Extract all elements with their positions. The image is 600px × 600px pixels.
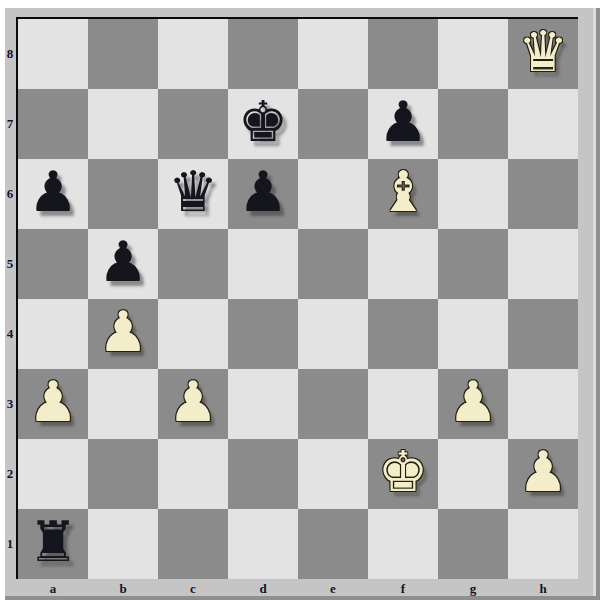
white-queen: ♛ — [518, 24, 568, 80]
square-g2[interactable] — [438, 439, 508, 509]
rank-label-6: 6 — [4, 159, 16, 229]
square-h7[interactable] — [508, 89, 578, 159]
black-pawn: ♟ — [98, 234, 148, 290]
square-b6[interactable] — [88, 159, 158, 229]
square-f5[interactable] — [368, 229, 438, 299]
white-bishop: ♝ — [378, 164, 428, 220]
black-rook: ♜ — [28, 514, 78, 570]
square-h6[interactable] — [508, 159, 578, 229]
square-f2[interactable]: ♚ — [368, 439, 438, 509]
square-c4[interactable] — [158, 299, 228, 369]
white-pawn: ♟ — [448, 374, 498, 430]
square-h5[interactable] — [508, 229, 578, 299]
square-d2[interactable] — [228, 439, 298, 509]
square-b5[interactable]: ♟ — [88, 229, 158, 299]
square-e6[interactable] — [298, 159, 368, 229]
white-pawn: ♟ — [518, 444, 568, 500]
square-b3[interactable] — [88, 369, 158, 439]
white-king: ♚ — [378, 444, 428, 500]
square-g6[interactable] — [438, 159, 508, 229]
square-a6[interactable]: ♟ — [18, 159, 88, 229]
square-g7[interactable] — [438, 89, 508, 159]
square-e4[interactable] — [298, 299, 368, 369]
file-label-b: b — [88, 581, 158, 597]
square-e5[interactable] — [298, 229, 368, 299]
black-queen: ♛ — [168, 164, 218, 220]
square-e8[interactable] — [298, 19, 368, 89]
file-label-d: d — [228, 581, 298, 597]
file-label-e: e — [298, 581, 368, 597]
file-label-a: a — [18, 581, 88, 597]
square-g3[interactable]: ♟ — [438, 369, 508, 439]
square-d6[interactable]: ♟ — [228, 159, 298, 229]
square-a1[interactable]: ♜ — [18, 509, 88, 579]
square-d3[interactable] — [228, 369, 298, 439]
black-king: ♚ — [238, 94, 288, 150]
square-d8[interactable] — [228, 19, 298, 89]
square-f1[interactable] — [368, 509, 438, 579]
square-c6[interactable]: ♛ — [158, 159, 228, 229]
square-a7[interactable] — [18, 89, 88, 159]
square-f7[interactable]: ♟ — [368, 89, 438, 159]
square-h3[interactable] — [508, 369, 578, 439]
square-e2[interactable] — [298, 439, 368, 509]
rank-label-4: 4 — [4, 299, 16, 369]
square-g1[interactable] — [438, 509, 508, 579]
white-pawn: ♟ — [28, 374, 78, 430]
square-f6[interactable]: ♝ — [368, 159, 438, 229]
file-label-h: h — [508, 581, 578, 597]
white-pawn: ♟ — [168, 374, 218, 430]
chess-diagram: ♛♚♟♟♛♟♝♟♟♟♟♟♚♟♜ 87654321 abcdefgh — [0, 0, 600, 600]
square-c5[interactable] — [158, 229, 228, 299]
square-h2[interactable]: ♟ — [508, 439, 578, 509]
square-b8[interactable] — [88, 19, 158, 89]
square-f4[interactable] — [368, 299, 438, 369]
square-b2[interactable] — [88, 439, 158, 509]
square-b7[interactable] — [88, 89, 158, 159]
rank-label-5: 5 — [4, 229, 16, 299]
square-g5[interactable] — [438, 229, 508, 299]
rank-label-3: 3 — [4, 369, 16, 439]
square-a2[interactable] — [18, 439, 88, 509]
chess-board: ♛♚♟♟♛♟♝♟♟♟♟♟♚♟♜ — [16, 17, 578, 579]
square-a4[interactable] — [18, 299, 88, 369]
square-c8[interactable] — [158, 19, 228, 89]
square-a5[interactable] — [18, 229, 88, 299]
white-pawn: ♟ — [98, 304, 148, 360]
black-pawn: ♟ — [28, 164, 78, 220]
square-c2[interactable] — [158, 439, 228, 509]
square-f3[interactable] — [368, 369, 438, 439]
square-d4[interactable] — [228, 299, 298, 369]
square-d5[interactable] — [228, 229, 298, 299]
file-label-g: g — [438, 581, 508, 597]
square-b4[interactable]: ♟ — [88, 299, 158, 369]
square-a3[interactable]: ♟ — [18, 369, 88, 439]
square-e3[interactable] — [298, 369, 368, 439]
square-b1[interactable] — [88, 509, 158, 579]
square-g4[interactable] — [438, 299, 508, 369]
square-c7[interactable] — [158, 89, 228, 159]
square-d7[interactable]: ♚ — [228, 89, 298, 159]
rank-label-8: 8 — [4, 19, 16, 89]
black-pawn: ♟ — [378, 94, 428, 150]
rank-label-2: 2 — [4, 439, 16, 509]
square-c3[interactable]: ♟ — [158, 369, 228, 439]
rank-label-1: 1 — [4, 509, 16, 579]
black-pawn: ♟ — [238, 164, 288, 220]
square-e1[interactable] — [298, 509, 368, 579]
square-d1[interactable] — [228, 509, 298, 579]
file-label-c: c — [158, 581, 228, 597]
square-f8[interactable] — [368, 19, 438, 89]
file-label-f: f — [368, 581, 438, 597]
square-c1[interactable] — [158, 509, 228, 579]
square-a8[interactable] — [18, 19, 88, 89]
square-h1[interactable] — [508, 509, 578, 579]
square-h4[interactable] — [508, 299, 578, 369]
square-g8[interactable] — [438, 19, 508, 89]
square-e7[interactable] — [298, 89, 368, 159]
square-h8[interactable]: ♛ — [508, 19, 578, 89]
rank-label-7: 7 — [4, 89, 16, 159]
